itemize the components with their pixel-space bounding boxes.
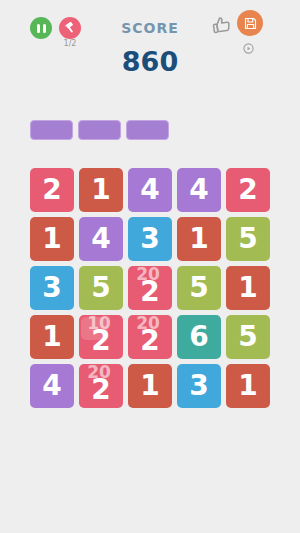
tile-value: 4 bbox=[140, 176, 159, 204]
tile-value: 2 bbox=[91, 327, 110, 355]
tile-r1c3[interactable]: 4 bbox=[128, 168, 172, 212]
tile-r3c1[interactable]: 3 bbox=[30, 266, 74, 310]
save-button[interactable] bbox=[237, 10, 263, 36]
tile-r5c5[interactable]: 1 bbox=[226, 364, 270, 408]
tile-r5c2[interactable]: 202 bbox=[79, 364, 123, 408]
tile-r3c2[interactable]: 5 bbox=[79, 266, 123, 310]
tile-value: 1 bbox=[238, 372, 257, 400]
watch-ad-button[interactable] bbox=[243, 39, 254, 50]
tile-r1c1[interactable]: 2 bbox=[30, 168, 74, 212]
objective-bar-1 bbox=[30, 120, 73, 140]
tile-r4c4[interactable]: 6 bbox=[177, 315, 221, 359]
tile-value: 5 bbox=[91, 274, 110, 302]
like-button[interactable] bbox=[211, 14, 233, 36]
game-screen: 1/2 SCORE 860 21442143153520251110220265… bbox=[0, 0, 300, 533]
tile-value: 2 bbox=[42, 176, 61, 204]
tile-value: 4 bbox=[42, 372, 61, 400]
thumbs-up-icon bbox=[210, 13, 235, 38]
score-value: 860 bbox=[0, 46, 300, 77]
tile-value: 5 bbox=[238, 225, 257, 253]
tile-value: 1 bbox=[91, 176, 110, 204]
tile-value: 5 bbox=[189, 274, 208, 302]
tile-r3c4[interactable]: 5 bbox=[177, 266, 221, 310]
tile-value: 4 bbox=[189, 176, 208, 204]
tile-r3c3[interactable]: 202 bbox=[128, 266, 172, 310]
tile-r1c5[interactable]: 2 bbox=[226, 168, 270, 212]
tile-value: 1 bbox=[238, 274, 257, 302]
save-icon bbox=[243, 16, 258, 31]
tile-value: 2 bbox=[238, 176, 257, 204]
tile-r2c4[interactable]: 1 bbox=[177, 217, 221, 261]
tile-r3c5[interactable]: 1 bbox=[226, 266, 270, 310]
tile-value: 3 bbox=[189, 372, 208, 400]
tile-r4c5[interactable]: 5 bbox=[226, 315, 270, 359]
tile-r2c5[interactable]: 5 bbox=[226, 217, 270, 261]
tile-r4c2[interactable]: 102 bbox=[79, 315, 123, 359]
tile-r5c3[interactable]: 1 bbox=[128, 364, 172, 408]
tile-r2c2[interactable]: 4 bbox=[79, 217, 123, 261]
video-play-icon bbox=[243, 43, 254, 54]
board: 214421431535202511102202654202131 bbox=[30, 168, 270, 408]
tile-value: 5 bbox=[238, 323, 257, 351]
tile-r1c2[interactable]: 1 bbox=[79, 168, 123, 212]
objective-bars bbox=[30, 120, 169, 140]
tile-r1c4[interactable]: 4 bbox=[177, 168, 221, 212]
tile-r2c1[interactable]: 1 bbox=[30, 217, 74, 261]
tile-r5c4[interactable]: 3 bbox=[177, 364, 221, 408]
tile-r5c1[interactable]: 4 bbox=[30, 364, 74, 408]
tile-value: 1 bbox=[140, 372, 159, 400]
tile-value: 4 bbox=[91, 225, 110, 253]
objective-bar-2 bbox=[78, 120, 121, 140]
tile-value: 1 bbox=[189, 225, 208, 253]
tile-value: 3 bbox=[140, 225, 159, 253]
tile-value: 3 bbox=[42, 274, 61, 302]
tile-value: 2 bbox=[140, 327, 159, 355]
tile-r4c3[interactable]: 202 bbox=[128, 315, 172, 359]
objective-bar-3 bbox=[126, 120, 169, 140]
tile-value: 2 bbox=[140, 278, 159, 306]
tile-value: 1 bbox=[42, 323, 61, 351]
tile-value: 1 bbox=[42, 225, 61, 253]
tile-r4c1[interactable]: 1 bbox=[30, 315, 74, 359]
tile-value: 6 bbox=[189, 323, 208, 351]
tile-r2c3[interactable]: 3 bbox=[128, 217, 172, 261]
tile-value: 2 bbox=[91, 376, 110, 404]
